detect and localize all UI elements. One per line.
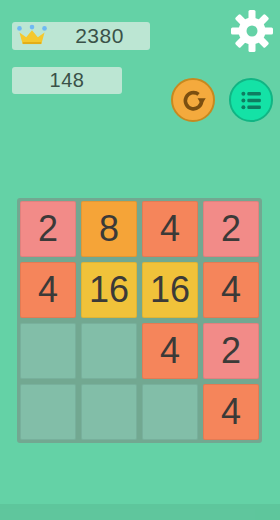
tile-4: 4 bbox=[203, 262, 259, 318]
empty-cell bbox=[81, 323, 137, 379]
bottom-bar bbox=[0, 504, 280, 520]
tile-16: 16 bbox=[81, 262, 137, 318]
tile-4: 4 bbox=[20, 262, 76, 318]
tile-2: 2 bbox=[203, 201, 259, 257]
list-menu-icon bbox=[239, 88, 264, 113]
restart-icon bbox=[180, 87, 207, 114]
tile-2: 2 bbox=[203, 323, 259, 379]
menu-button[interactable] bbox=[229, 78, 273, 122]
board[interactable]: 2842416164424 bbox=[17, 198, 262, 443]
restart-button[interactable] bbox=[171, 78, 215, 122]
tile-2: 2 bbox=[20, 201, 76, 257]
app-screen: 2380 148 bbox=[0, 0, 280, 520]
empty-cell bbox=[142, 384, 198, 440]
tile-16: 16 bbox=[142, 262, 198, 318]
tile-8: 8 bbox=[81, 201, 137, 257]
tile-4: 4 bbox=[203, 384, 259, 440]
gear-icon bbox=[230, 9, 274, 53]
tile-4: 4 bbox=[142, 201, 198, 257]
current-score-value: 148 bbox=[12, 69, 122, 92]
crown-icon bbox=[15, 23, 49, 49]
empty-cell bbox=[20, 384, 76, 440]
best-score-box: 2380 bbox=[12, 22, 150, 50]
empty-cell bbox=[81, 384, 137, 440]
best-score-value: 2380 bbox=[49, 24, 150, 48]
current-score-box: 148 bbox=[12, 67, 122, 94]
tile-4: 4 bbox=[142, 323, 198, 379]
empty-cell bbox=[20, 323, 76, 379]
settings-button[interactable] bbox=[230, 9, 274, 53]
